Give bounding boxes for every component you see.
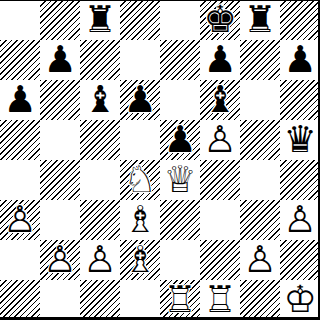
square-c7[interactable] xyxy=(80,40,120,80)
white-rook-icon: ♖ xyxy=(200,280,240,320)
white-pawn-icon: ♙ xyxy=(80,240,120,280)
square-g4[interactable] xyxy=(240,160,280,200)
square-c2[interactable]: ♟♙ xyxy=(80,240,120,280)
piece-white-pawn: ♟♙ xyxy=(200,120,240,160)
black-pawn-icon: ♟ xyxy=(160,120,200,160)
piece-white-pawn: ♟♙ xyxy=(240,240,280,280)
square-e4[interactable]: ♛♕ xyxy=(160,160,200,200)
square-h6[interactable] xyxy=(280,80,320,120)
square-d7[interactable] xyxy=(120,40,160,80)
square-b2[interactable]: ♟♙ xyxy=(40,240,80,280)
square-c3[interactable] xyxy=(80,200,120,240)
piece-white-queen: ♛♕ xyxy=(160,160,200,200)
square-g7[interactable] xyxy=(240,40,280,80)
white-rook-icon: ♖ xyxy=(160,280,200,320)
piece-black-pawn: ♟♟ xyxy=(40,40,80,80)
white-king-icon: ♔ xyxy=(280,280,320,320)
black-king-icon: ♚ xyxy=(200,0,240,40)
piece-white-rook: ♜♖ xyxy=(160,280,200,320)
square-f2[interactable] xyxy=(200,240,240,280)
piece-black-rook: ♜♜ xyxy=(240,0,280,40)
black-pawn-icon: ♟ xyxy=(120,80,160,120)
piece-black-rook: ♜♜ xyxy=(80,0,120,40)
square-h4[interactable] xyxy=(280,160,320,200)
square-f6[interactable]: ♝♝ xyxy=(200,80,240,120)
square-b6[interactable] xyxy=(40,80,80,120)
piece-black-pawn: ♟♟ xyxy=(0,80,40,120)
square-a4[interactable] xyxy=(0,160,40,200)
square-a1[interactable] xyxy=(0,280,40,320)
square-c5[interactable] xyxy=(80,120,120,160)
white-bishop-icon: ♗ xyxy=(120,200,160,240)
square-c8[interactable]: ♜♜ xyxy=(80,0,120,40)
square-d5[interactable] xyxy=(120,120,160,160)
square-a5[interactable] xyxy=(0,120,40,160)
square-f5[interactable]: ♟♙ xyxy=(200,120,240,160)
piece-black-pawn: ♟♟ xyxy=(280,40,320,80)
piece-white-bishop: ♝♗ xyxy=(120,240,160,280)
piece-white-king: ♚♔ xyxy=(280,280,320,320)
square-g3[interactable] xyxy=(240,200,280,240)
piece-black-pawn: ♟♟ xyxy=(200,40,240,80)
square-d6[interactable]: ♟♟ xyxy=(120,80,160,120)
square-d1[interactable] xyxy=(120,280,160,320)
chess-board: ♜♜♚♚♜♜♟♟♟♟♟♟♟♟♝♝♟♟♝♝♟♟♟♙♛♛♞♘♛♕♟♙♝♗♟♙♟♙♟♙… xyxy=(0,0,320,320)
square-d2[interactable]: ♝♗ xyxy=(120,240,160,280)
square-e7[interactable] xyxy=(160,40,200,80)
square-f7[interactable]: ♟♟ xyxy=(200,40,240,80)
square-g5[interactable] xyxy=(240,120,280,160)
square-h2[interactable] xyxy=(280,240,320,280)
square-d4[interactable]: ♞♘ xyxy=(120,160,160,200)
square-f8[interactable]: ♚♚ xyxy=(200,0,240,40)
black-bishop-icon: ♝ xyxy=(80,80,120,120)
piece-black-bishop: ♝♝ xyxy=(200,80,240,120)
piece-white-knight: ♞♘ xyxy=(120,160,160,200)
square-b1[interactable] xyxy=(40,280,80,320)
square-g6[interactable] xyxy=(240,80,280,120)
white-queen-icon: ♕ xyxy=(160,160,200,200)
black-pawn-icon: ♟ xyxy=(40,40,80,80)
square-e5[interactable]: ♟♟ xyxy=(160,120,200,160)
square-f3[interactable] xyxy=(200,200,240,240)
piece-white-pawn: ♟♙ xyxy=(0,200,40,240)
piece-white-pawn: ♟♙ xyxy=(40,240,80,280)
square-f1[interactable]: ♜♖ xyxy=(200,280,240,320)
square-h7[interactable]: ♟♟ xyxy=(280,40,320,80)
square-e8[interactable] xyxy=(160,0,200,40)
piece-white-rook: ♜♖ xyxy=(200,280,240,320)
square-b3[interactable] xyxy=(40,200,80,240)
square-d8[interactable] xyxy=(120,0,160,40)
white-pawn-icon: ♙ xyxy=(240,240,280,280)
piece-black-bishop: ♝♝ xyxy=(80,80,120,120)
square-b8[interactable] xyxy=(40,0,80,40)
square-d3[interactable]: ♝♗ xyxy=(120,200,160,240)
piece-black-queen: ♛♛ xyxy=(280,120,320,160)
piece-white-pawn: ♟♙ xyxy=(280,200,320,240)
square-e3[interactable] xyxy=(160,200,200,240)
white-knight-icon: ♘ xyxy=(120,160,160,200)
square-a2[interactable] xyxy=(0,240,40,280)
piece-white-bishop: ♝♗ xyxy=(120,200,160,240)
black-pawn-icon: ♟ xyxy=(200,40,240,80)
white-bishop-icon: ♗ xyxy=(120,240,160,280)
square-g2[interactable]: ♟♙ xyxy=(240,240,280,280)
piece-black-pawn: ♟♟ xyxy=(120,80,160,120)
square-a6[interactable]: ♟♟ xyxy=(0,80,40,120)
square-h8[interactable] xyxy=(280,0,320,40)
square-b4[interactable] xyxy=(40,160,80,200)
black-pawn-icon: ♟ xyxy=(280,40,320,80)
piece-black-pawn: ♟♟ xyxy=(160,120,200,160)
square-a7[interactable] xyxy=(0,40,40,80)
black-pawn-icon: ♟ xyxy=(0,80,40,120)
square-a3[interactable]: ♟♙ xyxy=(0,200,40,240)
square-b5[interactable] xyxy=(40,120,80,160)
white-pawn-icon: ♙ xyxy=(200,120,240,160)
piece-white-pawn: ♟♙ xyxy=(80,240,120,280)
square-e1[interactable]: ♜♖ xyxy=(160,280,200,320)
white-pawn-icon: ♙ xyxy=(40,240,80,280)
black-rook-icon: ♜ xyxy=(80,0,120,40)
square-f4[interactable] xyxy=(200,160,240,200)
piece-black-king: ♚♚ xyxy=(200,0,240,40)
white-pawn-icon: ♙ xyxy=(0,200,40,240)
square-c6[interactable]: ♝♝ xyxy=(80,80,120,120)
square-a8[interactable] xyxy=(0,0,40,40)
square-h1[interactable]: ♚♔ xyxy=(280,280,320,320)
square-h5[interactable]: ♛♛ xyxy=(280,120,320,160)
square-b7[interactable]: ♟♟ xyxy=(40,40,80,80)
square-c1[interactable] xyxy=(80,280,120,320)
black-bishop-icon: ♝ xyxy=(200,80,240,120)
square-c4[interactable] xyxy=(80,160,120,200)
black-queen-icon: ♛ xyxy=(280,120,320,160)
square-e6[interactable] xyxy=(160,80,200,120)
square-h3[interactable]: ♟♙ xyxy=(280,200,320,240)
white-pawn-icon: ♙ xyxy=(280,200,320,240)
square-g1[interactable] xyxy=(240,280,280,320)
square-g8[interactable]: ♜♜ xyxy=(240,0,280,40)
square-e2[interactable] xyxy=(160,240,200,280)
black-rook-icon: ♜ xyxy=(240,0,280,40)
